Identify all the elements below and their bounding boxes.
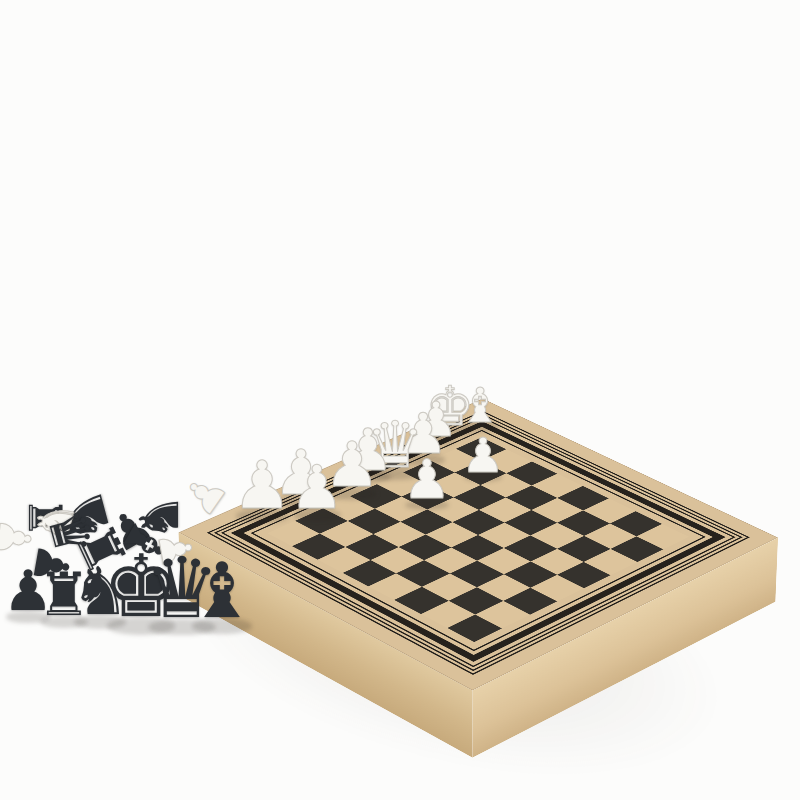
board-square[interactable]: [450, 561, 504, 587]
board-square[interactable]: [422, 574, 476, 601]
board-square[interactable]: [449, 587, 503, 614]
board-square[interactable]: [451, 535, 504, 561]
piece-white-pawn[interactable]: ♟: [290, 457, 344, 517]
board-square[interactable]: [368, 573, 422, 600]
board-square[interactable]: [557, 562, 611, 588]
board-square[interactable]: [398, 535, 451, 561]
board-square[interactable]: [610, 536, 663, 562]
board-square[interactable]: [503, 588, 557, 615]
piece-black-queen[interactable]: ♛: [144, 546, 219, 630]
board-square[interactable]: [503, 561, 557, 587]
board-square[interactable]: [447, 614, 502, 642]
board-square[interactable]: [343, 560, 397, 586]
piece-white-pawn[interactable]: ♟: [461, 431, 504, 479]
chess-box: [0, 0, 800, 800]
board-square[interactable]: [292, 534, 345, 560]
board-square[interactable]: [557, 536, 610, 562]
board-square[interactable]: [371, 547, 424, 573]
piece-white-pawn[interactable]: ♟: [403, 453, 451, 507]
photo-stage: ♟♟♟♟♟♛♟♟♚♝♟♟♟♞♟♟♞♜♟♞♜♟♝♛♟♜♞♚♛♝: [0, 0, 800, 800]
board-square[interactable]: [394, 587, 448, 614]
piece-white-pawn[interactable]: ♟: [232, 453, 291, 519]
board-square[interactable]: [475, 601, 530, 628]
board-square[interactable]: [345, 534, 398, 560]
board-square[interactable]: [584, 549, 637, 575]
board-square[interactable]: [476, 574, 530, 601]
board-square[interactable]: [396, 560, 450, 586]
board-square[interactable]: [477, 548, 530, 574]
board-square[interactable]: [424, 548, 477, 574]
board-square[interactable]: [530, 549, 583, 575]
board-square[interactable]: [530, 575, 584, 602]
board-square[interactable]: [317, 547, 370, 573]
board-square[interactable]: [421, 600, 476, 627]
board-square[interactable]: [504, 535, 557, 561]
